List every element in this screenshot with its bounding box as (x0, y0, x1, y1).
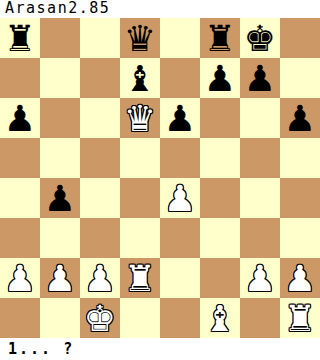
square-h8[interactable] (280, 18, 320, 58)
chess-board: ♜♛♜♚♝♟♟♟♛♟♟♟♟♟♟♟♜♟♟♚♝♜ (0, 18, 320, 338)
square-e5[interactable] (160, 138, 200, 178)
square-a4[interactable] (0, 178, 40, 218)
piece-black-king[interactable]: ♚ (240, 18, 280, 58)
square-c3[interactable] (80, 218, 120, 258)
square-f6[interactable] (200, 98, 240, 138)
square-b6[interactable] (40, 98, 80, 138)
square-d2[interactable]: ♜ (120, 258, 160, 298)
piece-white-king[interactable]: ♚ (80, 298, 120, 338)
square-d3[interactable] (120, 218, 160, 258)
piece-black-pawn[interactable]: ♟ (280, 98, 320, 138)
piece-black-rook[interactable]: ♜ (200, 18, 240, 58)
square-e8[interactable] (160, 18, 200, 58)
piece-white-pawn[interactable]: ♟ (40, 258, 80, 298)
piece-white-pawn[interactable]: ♟ (80, 258, 120, 298)
piece-black-rook[interactable]: ♜ (0, 18, 40, 58)
square-a6[interactable]: ♟ (0, 98, 40, 138)
square-f5[interactable] (200, 138, 240, 178)
square-b1[interactable] (40, 298, 80, 338)
square-c1[interactable]: ♚ (80, 298, 120, 338)
engine-title: Arasan2.85 (0, 0, 320, 18)
square-e1[interactable] (160, 298, 200, 338)
square-a2[interactable]: ♟ (0, 258, 40, 298)
piece-white-queen[interactable]: ♛ (120, 98, 160, 138)
square-f4[interactable] (200, 178, 240, 218)
square-c8[interactable] (80, 18, 120, 58)
square-g7[interactable]: ♟ (240, 58, 280, 98)
square-b4[interactable]: ♟ (40, 178, 80, 218)
square-h5[interactable] (280, 138, 320, 178)
square-h6[interactable]: ♟ (280, 98, 320, 138)
piece-white-pawn[interactable]: ♟ (0, 258, 40, 298)
piece-black-pawn[interactable]: ♟ (240, 58, 280, 98)
piece-black-pawn[interactable]: ♟ (160, 98, 200, 138)
square-c6[interactable] (80, 98, 120, 138)
square-f2[interactable] (200, 258, 240, 298)
piece-white-pawn[interactable]: ♟ (160, 178, 200, 218)
square-d5[interactable] (120, 138, 160, 178)
square-f8[interactable]: ♜ (200, 18, 240, 58)
square-b3[interactable] (40, 218, 80, 258)
square-e3[interactable] (160, 218, 200, 258)
square-f1[interactable]: ♝ (200, 298, 240, 338)
square-d8[interactable]: ♛ (120, 18, 160, 58)
square-a5[interactable] (0, 138, 40, 178)
square-e7[interactable] (160, 58, 200, 98)
piece-white-pawn[interactable]: ♟ (280, 258, 320, 298)
square-a3[interactable] (0, 218, 40, 258)
piece-black-pawn[interactable]: ♟ (0, 98, 40, 138)
piece-white-rook[interactable]: ♜ (120, 258, 160, 298)
piece-white-pawn[interactable]: ♟ (240, 258, 280, 298)
square-b2[interactable]: ♟ (40, 258, 80, 298)
square-g2[interactable]: ♟ (240, 258, 280, 298)
square-g1[interactable] (240, 298, 280, 338)
square-g6[interactable] (240, 98, 280, 138)
square-d4[interactable] (120, 178, 160, 218)
square-d1[interactable] (120, 298, 160, 338)
square-h3[interactable] (280, 218, 320, 258)
square-c4[interactable] (80, 178, 120, 218)
square-a7[interactable] (0, 58, 40, 98)
square-a8[interactable]: ♜ (0, 18, 40, 58)
move-prompt: 1... ? (0, 338, 320, 360)
square-c7[interactable] (80, 58, 120, 98)
square-c2[interactable]: ♟ (80, 258, 120, 298)
square-g3[interactable] (240, 218, 280, 258)
square-c5[interactable] (80, 138, 120, 178)
square-h1[interactable]: ♜ (280, 298, 320, 338)
square-b7[interactable] (40, 58, 80, 98)
square-g8[interactable]: ♚ (240, 18, 280, 58)
square-b5[interactable] (40, 138, 80, 178)
square-f7[interactable]: ♟ (200, 58, 240, 98)
piece-black-pawn[interactable]: ♟ (40, 178, 80, 218)
piece-white-rook[interactable]: ♜ (280, 298, 320, 338)
square-e6[interactable]: ♟ (160, 98, 200, 138)
square-h4[interactable] (280, 178, 320, 218)
square-d6[interactable]: ♛ (120, 98, 160, 138)
square-g4[interactable] (240, 178, 280, 218)
square-b8[interactable] (40, 18, 80, 58)
square-e4[interactable]: ♟ (160, 178, 200, 218)
square-h7[interactable] (280, 58, 320, 98)
piece-black-queen[interactable]: ♛ (120, 18, 160, 58)
arasan-window: Arasan2.85 ♜♛♜♚♝♟♟♟♛♟♟♟♟♟♟♟♜♟♟♚♝♜ 1... ? (0, 0, 320, 360)
square-g5[interactable] (240, 138, 280, 178)
piece-white-bishop[interactable]: ♝ (200, 298, 240, 338)
square-f3[interactable] (200, 218, 240, 258)
piece-black-bishop[interactable]: ♝ (120, 58, 160, 98)
square-a1[interactable] (0, 298, 40, 338)
square-e2[interactable] (160, 258, 200, 298)
square-h2[interactable]: ♟ (280, 258, 320, 298)
piece-black-pawn[interactable]: ♟ (200, 58, 240, 98)
square-d7[interactable]: ♝ (120, 58, 160, 98)
